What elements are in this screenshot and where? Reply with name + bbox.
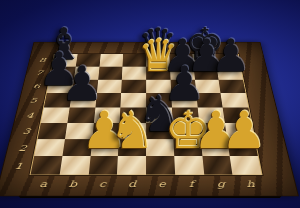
square-a3[interactable] <box>38 122 68 138</box>
file-label-f: f <box>176 175 207 192</box>
piece-white-knight-d2[interactable]: ♞ <box>109 105 155 156</box>
file-label-d: d <box>117 175 147 192</box>
rank-label-2: 2 <box>10 139 34 156</box>
square-a1[interactable] <box>31 156 63 174</box>
file-label-e: e <box>147 175 177 192</box>
piece-white-pawn-h2[interactable]: ♟ <box>221 105 267 156</box>
file-label-h: h <box>235 175 268 192</box>
rank-label-4: 4 <box>19 108 42 123</box>
file-label-c: c <box>87 175 118 192</box>
piece-black-pawn-h7[interactable]: ♟ <box>210 34 250 79</box>
file-label-g: g <box>205 175 237 192</box>
file-label-b: b <box>57 175 89 192</box>
rank-label-1: 1 <box>6 157 31 176</box>
square-a2[interactable] <box>34 138 65 155</box>
rank-label-3: 3 <box>15 123 38 139</box>
file-label-a: a <box>27 175 60 192</box>
chess-scene: 87654321 abcdefgh ♝♛♚♛♟♟♟♟♟♟♞♟♞♚♟♟ <box>0 0 300 208</box>
